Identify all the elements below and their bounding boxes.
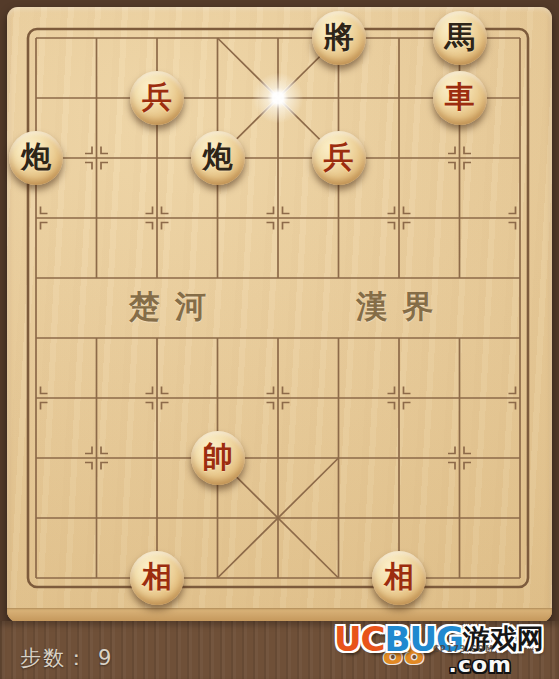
watermark-com: .com (449, 652, 512, 677)
piece-character: 將 (324, 22, 354, 52)
red-soldier[interactable]: 兵 (130, 71, 184, 125)
watermark-logo: 88 UCBUG游戏网 CP173.COM .com (334, 615, 556, 677)
red-chariot[interactable]: 車 (433, 71, 487, 125)
piece-character: 相 (142, 562, 172, 592)
river-label-chu-he: 楚河 (129, 291, 221, 322)
piece-character: 車 (445, 82, 475, 112)
red-soldier[interactable]: 兵 (312, 131, 366, 185)
black-general[interactable]: 將 (312, 11, 366, 65)
piece-character: 馬 (445, 22, 475, 52)
red-elephant[interactable]: 相 (372, 551, 426, 605)
black-cannon[interactable]: 炮 (191, 131, 245, 185)
red-elephant[interactable]: 相 (130, 551, 184, 605)
piece-character: 兵 (324, 142, 354, 172)
watermark-uc: UC (334, 619, 385, 659)
piece-character: 兵 (142, 82, 172, 112)
river-label-han-jie: 漢界 (356, 291, 448, 322)
move-count-label: 步数： (20, 646, 89, 670)
red-general[interactable]: 帥 (191, 431, 245, 485)
black-cannon[interactable]: 炮 (9, 131, 63, 185)
move-count-value: 9 (98, 646, 111, 670)
game-screen: 楚河 漢界 將馬兵車炮炮兵帥相相 步数：9 88 UCBUG游戏网 CP173.… (0, 0, 559, 679)
piece-character: 帥 (203, 442, 233, 472)
piece-character: 炮 (203, 142, 233, 172)
piece-character: 相 (384, 562, 414, 592)
piece-character: 炮 (21, 142, 51, 172)
black-horse[interactable]: 馬 (433, 11, 487, 65)
move-counter: 步数：9 (20, 644, 111, 672)
